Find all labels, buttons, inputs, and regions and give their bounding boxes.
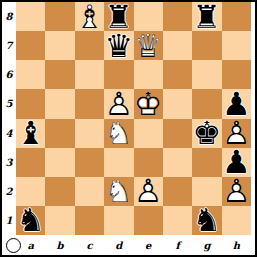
square-a2[interactable] [16, 177, 45, 206]
rank-label-7: 7 [2, 31, 16, 60]
piece-black-pawn: ♟ [222, 148, 251, 177]
piece-black-rook: ♜ [104, 2, 133, 31]
square-e5[interactable]: ♚♔ [134, 89, 163, 118]
piece-white-knight: ♘ [104, 119, 133, 148]
square-g4[interactable]: ♚ [192, 119, 221, 148]
square-a3[interactable] [16, 148, 45, 177]
side-to-move-indicator [6, 238, 21, 253]
square-e4[interactable] [134, 119, 163, 148]
square-b2[interactable] [45, 177, 74, 206]
square-c6[interactable] [75, 60, 104, 89]
rank-label-5: 5 [2, 89, 16, 118]
square-e1[interactable] [134, 206, 163, 235]
square-a6[interactable] [16, 60, 45, 89]
square-h3[interactable]: ♟ [222, 148, 251, 177]
square-d8[interactable]: ♜ [104, 2, 133, 31]
rank-label-6: 6 [2, 60, 16, 89]
piece-white-knight: ♘ [104, 177, 133, 206]
piece-white-king-fill: ♚ [134, 89, 163, 118]
rank-label-1: 1 [2, 206, 16, 235]
square-f1[interactable] [163, 206, 192, 235]
square-g7[interactable] [192, 31, 221, 60]
piece-white-pawn: ♙ [222, 119, 251, 148]
square-c4[interactable] [75, 119, 104, 148]
piece-white-pawn-fill: ♟ [222, 177, 251, 206]
square-g2[interactable] [192, 177, 221, 206]
square-b4[interactable] [45, 119, 74, 148]
rank-labels-column: 87654321 [2, 2, 16, 235]
chess-board[interactable]: ♝♗♜♜♛♛♕♟♙♚♔♟♝♞♘♚♟♙♟♞♘♟♙♟♙♞♞ [16, 2, 251, 235]
square-g1[interactable]: ♞ [192, 206, 221, 235]
piece-black-rook: ♜ [192, 2, 221, 31]
square-c7[interactable] [75, 31, 104, 60]
file-label-b: b [45, 236, 74, 255]
piece-black-queen: ♛ [104, 31, 133, 60]
piece-white-pawn-fill: ♟ [104, 89, 133, 118]
square-g3[interactable] [192, 148, 221, 177]
square-c1[interactable] [75, 206, 104, 235]
piece-black-knight: ♞ [16, 206, 45, 235]
square-e2[interactable]: ♟♙ [134, 177, 163, 206]
piece-white-pawn-fill: ♟ [134, 177, 163, 206]
square-c3[interactable] [75, 148, 104, 177]
piece-black-pawn: ♟ [222, 89, 251, 118]
file-label-g: g [192, 236, 221, 255]
square-d5[interactable]: ♟♙ [104, 89, 133, 118]
chess-diagram: 87654321 ♝♗♜♜♛♛♕♟♙♚♔♟♝♞♘♚♟♙♟♞♘♟♙♟♙♞♞ abc… [0, 0, 257, 257]
square-f8[interactable] [163, 2, 192, 31]
square-c8[interactable]: ♝♗ [75, 2, 104, 31]
square-a7[interactable] [16, 31, 45, 60]
square-h2[interactable]: ♟♙ [222, 177, 251, 206]
square-g6[interactable] [192, 60, 221, 89]
file-label-h: h [222, 236, 251, 255]
square-e6[interactable] [134, 60, 163, 89]
piece-white-king: ♔ [134, 89, 163, 118]
piece-black-knight: ♞ [192, 206, 221, 235]
piece-black-bishop: ♝ [16, 119, 45, 148]
square-d2[interactable]: ♞♘ [104, 177, 133, 206]
square-g5[interactable] [192, 89, 221, 118]
square-f3[interactable] [163, 148, 192, 177]
square-h5[interactable]: ♟ [222, 89, 251, 118]
piece-white-queen-fill: ♛ [134, 31, 163, 60]
square-h1[interactable] [222, 206, 251, 235]
piece-white-bishop: ♗ [75, 2, 104, 31]
rank-label-8: 8 [2, 2, 16, 31]
square-b1[interactable] [45, 206, 74, 235]
square-b7[interactable] [45, 31, 74, 60]
square-d3[interactable] [104, 148, 133, 177]
piece-black-king: ♚ [192, 119, 221, 148]
square-f2[interactable] [163, 177, 192, 206]
file-label-c: c [75, 236, 104, 255]
square-c5[interactable] [75, 89, 104, 118]
rank-label-4: 4 [2, 119, 16, 148]
piece-white-bishop-fill: ♝ [75, 2, 104, 31]
square-b8[interactable] [45, 2, 74, 31]
square-e3[interactable] [134, 148, 163, 177]
square-a8[interactable] [16, 2, 45, 31]
rank-label-3: 3 [2, 148, 16, 177]
file-label-d: d [104, 236, 133, 255]
square-h4[interactable]: ♟♙ [222, 119, 251, 148]
square-b5[interactable] [45, 89, 74, 118]
square-h8[interactable] [222, 2, 251, 31]
square-h6[interactable] [222, 60, 251, 89]
rank-label-2: 2 [2, 177, 16, 206]
file-label-f: f [163, 236, 192, 255]
square-g8[interactable]: ♜ [192, 2, 221, 31]
square-d7[interactable]: ♛ [104, 31, 133, 60]
square-e8[interactable] [134, 2, 163, 31]
square-d4[interactable]: ♞♘ [104, 119, 133, 148]
square-b3[interactable] [45, 148, 74, 177]
square-b6[interactable] [45, 60, 74, 89]
square-d6[interactable] [104, 60, 133, 89]
square-e7[interactable]: ♛♕ [134, 31, 163, 60]
piece-white-knight-fill: ♞ [104, 177, 133, 206]
square-f7[interactable] [163, 31, 192, 60]
square-f5[interactable] [163, 89, 192, 118]
square-c2[interactable] [75, 177, 104, 206]
square-a5[interactable] [16, 89, 45, 118]
piece-white-pawn: ♙ [222, 177, 251, 206]
piece-white-pawn: ♙ [104, 89, 133, 118]
piece-white-queen: ♕ [134, 31, 163, 60]
file-labels-row: abcdefgh [16, 236, 251, 255]
square-d1[interactable] [104, 206, 133, 235]
square-a4[interactable]: ♝ [16, 119, 45, 148]
piece-white-pawn: ♙ [134, 177, 163, 206]
square-a1[interactable]: ♞ [16, 206, 45, 235]
file-label-e: e [134, 236, 163, 255]
square-f6[interactable] [163, 60, 192, 89]
square-f4[interactable] [163, 119, 192, 148]
piece-white-knight-fill: ♞ [104, 119, 133, 148]
square-h7[interactable] [222, 31, 251, 60]
piece-white-pawn-fill: ♟ [222, 119, 251, 148]
